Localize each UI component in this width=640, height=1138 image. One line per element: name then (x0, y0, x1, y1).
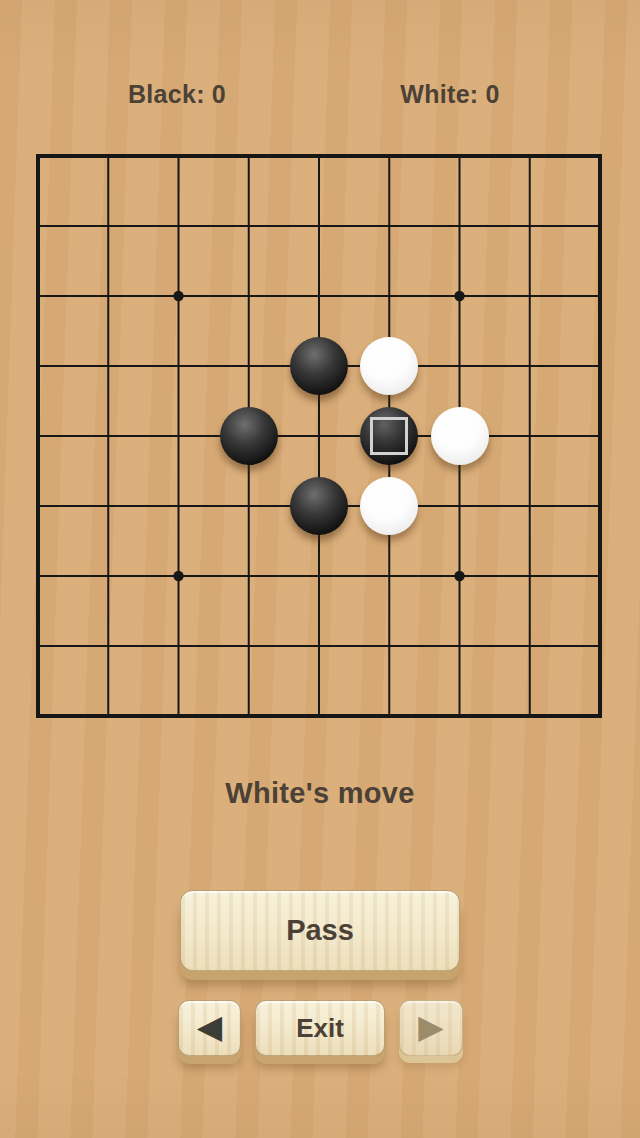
point-7-1[interactable] (495, 191, 565, 261)
point-1-7[interactable] (73, 611, 143, 681)
point-8-2[interactable] (565, 261, 635, 331)
point-3-2[interactable] (214, 261, 284, 331)
point-6-3[interactable] (425, 331, 495, 401)
black-score-label: Black: (128, 80, 205, 108)
previous-move-button[interactable]: ◀ (178, 1000, 241, 1056)
point-2-2[interactable] (144, 261, 214, 331)
point-7-2[interactable] (495, 261, 565, 331)
score-header: Black:0 White:0 (0, 80, 640, 114)
next-move-button[interactable]: ▶ (399, 1000, 463, 1056)
turn-indicator: White's move (0, 777, 640, 810)
point-6-4[interactable] (425, 401, 495, 471)
point-8-0[interactable] (565, 121, 635, 191)
point-7-7[interactable] (495, 611, 565, 681)
point-2-0[interactable] (144, 121, 214, 191)
point-6-7[interactable] (425, 611, 495, 681)
point-7-0[interactable] (495, 121, 565, 191)
point-6-6[interactable] (425, 541, 495, 611)
point-2-3[interactable] (144, 331, 214, 401)
point-0-7[interactable] (3, 611, 73, 681)
go-board[interactable] (36, 154, 602, 718)
point-8-5[interactable] (565, 471, 635, 541)
navigation-row: ◀ Exit ▶ (178, 1000, 464, 1056)
point-2-6[interactable] (144, 541, 214, 611)
point-4-7[interactable] (284, 611, 354, 681)
exit-button[interactable]: Exit (255, 1000, 385, 1056)
point-4-3[interactable] (284, 331, 354, 401)
black-stone (290, 337, 348, 395)
point-7-5[interactable] (495, 471, 565, 541)
point-8-3[interactable] (565, 331, 635, 401)
point-4-2[interactable] (284, 261, 354, 331)
point-7-6[interactable] (495, 541, 565, 611)
white-score-value: 0 (485, 80, 499, 108)
point-3-3[interactable] (214, 331, 284, 401)
point-3-8[interactable] (214, 681, 284, 751)
point-6-5[interactable] (425, 471, 495, 541)
point-5-4[interactable] (354, 401, 424, 471)
point-5-7[interactable] (354, 611, 424, 681)
point-2-5[interactable] (144, 471, 214, 541)
point-8-4[interactable] (565, 401, 635, 471)
point-2-1[interactable] (144, 191, 214, 261)
point-3-5[interactable] (214, 471, 284, 541)
black-stone (220, 407, 278, 465)
white-stone (431, 407, 489, 465)
pass-button[interactable]: Pass (180, 890, 460, 971)
point-1-2[interactable] (73, 261, 143, 331)
white-score-label: White: (400, 80, 478, 108)
point-0-2[interactable] (3, 261, 73, 331)
black-score-value: 0 (212, 80, 226, 108)
black-stone (360, 407, 418, 465)
point-6-0[interactable] (425, 121, 495, 191)
point-2-7[interactable] (144, 611, 214, 681)
point-6-2[interactable] (425, 261, 495, 331)
point-4-4[interactable] (284, 401, 354, 471)
point-5-3[interactable] (354, 331, 424, 401)
point-4-8[interactable] (284, 681, 354, 751)
point-4-0[interactable] (284, 121, 354, 191)
point-3-7[interactable] (214, 611, 284, 681)
point-2-8[interactable] (144, 681, 214, 751)
point-0-3[interactable] (3, 331, 73, 401)
point-0-6[interactable] (3, 541, 73, 611)
point-0-5[interactable] (3, 471, 73, 541)
point-2-4[interactable] (144, 401, 214, 471)
point-0-8[interactable] (3, 681, 73, 751)
point-1-8[interactable] (73, 681, 143, 751)
white-score: White:0 (340, 80, 560, 109)
point-4-6[interactable] (284, 541, 354, 611)
point-1-6[interactable] (73, 541, 143, 611)
point-5-0[interactable] (354, 121, 424, 191)
point-5-1[interactable] (354, 191, 424, 261)
point-6-8[interactable] (425, 681, 495, 751)
point-1-5[interactable] (73, 471, 143, 541)
point-3-0[interactable] (214, 121, 284, 191)
point-7-4[interactable] (495, 401, 565, 471)
point-3-1[interactable] (214, 191, 284, 261)
previous-arrow-icon: ◀ (197, 1010, 222, 1043)
point-8-6[interactable] (565, 541, 635, 611)
go-app-screen: Black:0 White:0 White's move Pass ◀ Exit… (0, 0, 640, 1138)
point-8-1[interactable] (565, 191, 635, 261)
point-0-0[interactable] (3, 121, 73, 191)
board-intersections (3, 121, 635, 751)
point-8-8[interactable] (565, 681, 635, 751)
point-0-4[interactable] (3, 401, 73, 471)
point-7-8[interactable] (495, 681, 565, 751)
last-move-marker (370, 417, 408, 455)
white-stone (360, 477, 418, 535)
point-5-6[interactable] (354, 541, 424, 611)
point-1-4[interactable] (73, 401, 143, 471)
point-3-6[interactable] (214, 541, 284, 611)
next-arrow-icon: ▶ (418, 1010, 443, 1043)
point-8-7[interactable] (565, 611, 635, 681)
point-1-1[interactable] (73, 191, 143, 261)
point-6-1[interactable] (425, 191, 495, 261)
point-1-3[interactable] (73, 331, 143, 401)
white-stone (360, 337, 418, 395)
point-5-8[interactable] (354, 681, 424, 751)
black-score: Black:0 (67, 80, 287, 109)
point-1-0[interactable] (73, 121, 143, 191)
point-5-2[interactable] (354, 261, 424, 331)
point-5-5[interactable] (354, 471, 424, 541)
black-stone (290, 477, 348, 535)
point-4-5[interactable] (284, 471, 354, 541)
point-7-3[interactable] (495, 331, 565, 401)
point-4-1[interactable] (284, 191, 354, 261)
point-0-1[interactable] (3, 191, 73, 261)
point-3-4[interactable] (214, 401, 284, 471)
